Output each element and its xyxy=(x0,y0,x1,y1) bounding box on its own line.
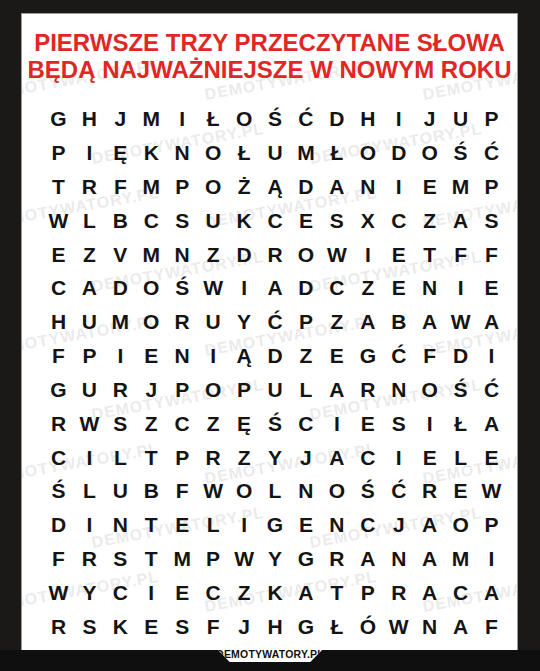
grid-cell[interactable]: O xyxy=(229,474,260,508)
grid-cell[interactable]: N xyxy=(167,339,198,373)
grid-cell[interactable]: M xyxy=(445,170,476,204)
grid-cell[interactable]: I xyxy=(414,406,445,440)
grid-cell[interactable]: D xyxy=(290,271,321,305)
grid-cell[interactable]: J xyxy=(383,508,414,542)
grid-cell[interactable]: B xyxy=(105,203,136,237)
grid-cell[interactable]: S xyxy=(105,542,136,576)
grid-cell[interactable]: F xyxy=(105,170,136,204)
grid-cell[interactable]: E xyxy=(476,271,507,305)
grid-cell[interactable]: Ś xyxy=(445,136,476,170)
grid-cell[interactable]: E xyxy=(136,609,167,643)
grid-cell[interactable]: Ł xyxy=(321,136,352,170)
grid-cell[interactable]: T xyxy=(321,575,352,609)
grid-cell[interactable]: R xyxy=(105,373,136,407)
grid-cell[interactable]: E xyxy=(43,237,74,271)
grid-cell[interactable]: O xyxy=(198,373,229,407)
grid-cell[interactable]: G xyxy=(290,542,321,576)
grid-cell[interactable]: X xyxy=(352,203,383,237)
grid-cell[interactable]: L xyxy=(445,440,476,474)
grid-cell[interactable]: N xyxy=(383,542,414,576)
grid-cell[interactable]: R xyxy=(74,170,105,204)
grid-cell[interactable]: T xyxy=(414,237,445,271)
grid-cell[interactable]: E xyxy=(136,339,167,373)
grid-cell[interactable]: H xyxy=(74,102,105,136)
grid-cell[interactable]: V xyxy=(105,237,136,271)
grid-cell[interactable]: E xyxy=(290,203,321,237)
puzzle-card: DEMOTYWATORY.PLDEMOTYWATORY.PLDEMOTYWATO… xyxy=(21,13,518,652)
grid-cell[interactable]: W xyxy=(43,203,74,237)
grid-cell[interactable]: R xyxy=(43,406,74,440)
grid-cell[interactable]: Ś xyxy=(260,102,291,136)
grid-cell[interactable]: M xyxy=(105,305,136,339)
grid-cell[interactable]: K xyxy=(229,203,260,237)
grid-cell[interactable]: O xyxy=(229,102,260,136)
grid-cell[interactable]: F xyxy=(414,339,445,373)
grid-cell[interactable]: M xyxy=(445,542,476,576)
grid-cell[interactable]: Ć xyxy=(383,474,414,508)
grid-cell[interactable]: O xyxy=(290,237,321,271)
grid-cell[interactable]: S xyxy=(383,406,414,440)
grid-cell[interactable]: J xyxy=(414,102,445,136)
grid-cell[interactable]: H xyxy=(43,305,74,339)
grid-cell[interactable]: I xyxy=(105,339,136,373)
grid-cell[interactable]: D xyxy=(290,170,321,204)
grid-cell[interactable]: M xyxy=(136,237,167,271)
grid-cell[interactable]: P xyxy=(352,575,383,609)
grid-cell[interactable]: R xyxy=(260,237,291,271)
puzzle-title: PIERWSZE TRZY PRZECZYTANE SŁOWA BĘDĄ NAJ… xyxy=(22,29,517,83)
grid-cell[interactable]: I xyxy=(229,508,260,542)
grid-cell[interactable]: A xyxy=(321,373,352,407)
grid-cell[interactable]: J xyxy=(229,609,260,643)
grid-cell[interactable]: R xyxy=(383,575,414,609)
grid-cell[interactable]: C xyxy=(383,203,414,237)
grid-cell[interactable]: M xyxy=(136,102,167,136)
grid-cell[interactable]: Ś xyxy=(43,474,74,508)
grid-cell[interactable]: Ę xyxy=(105,136,136,170)
grid-cell[interactable]: U xyxy=(74,373,105,407)
grid-cell[interactable]: I xyxy=(321,406,352,440)
grid-cell[interactable]: U xyxy=(260,136,291,170)
grid-cell[interactable]: A xyxy=(476,406,507,440)
grid-cell[interactable]: K xyxy=(105,609,136,643)
grid-cell[interactable]: J xyxy=(136,373,167,407)
grid-cell[interactable]: Ą xyxy=(260,170,291,204)
grid-cell[interactable]: Ć xyxy=(476,136,507,170)
grid-cell[interactable]: N xyxy=(414,609,445,643)
grid-cell[interactable]: F xyxy=(43,542,74,576)
grid-cell[interactable]: S xyxy=(74,609,105,643)
grid-cell[interactable]: D xyxy=(229,237,260,271)
grid-cell[interactable]: Ł xyxy=(198,102,229,136)
grid-cell[interactable]: S xyxy=(105,406,136,440)
grid-cell[interactable]: U xyxy=(105,474,136,508)
grid-cell[interactable]: L xyxy=(74,203,105,237)
grid-cell[interactable]: E xyxy=(414,170,445,204)
grid-cell[interactable]: D xyxy=(321,102,352,136)
grid-cell[interactable]: Ę xyxy=(229,406,260,440)
grid-cell[interactable]: P xyxy=(167,440,198,474)
grid-cell[interactable]: C xyxy=(352,440,383,474)
grid-cell[interactable]: A xyxy=(414,575,445,609)
grid-cell[interactable]: A xyxy=(414,305,445,339)
grid-cell[interactable]: Ż xyxy=(229,170,260,204)
grid-cell[interactable]: G xyxy=(352,339,383,373)
grid-cell[interactable]: A xyxy=(260,271,291,305)
grid-cell[interactable]: A xyxy=(352,305,383,339)
grid-cell[interactable]: B xyxy=(383,305,414,339)
grid-cell[interactable]: C xyxy=(445,575,476,609)
grid-cell[interactable]: Ć xyxy=(383,339,414,373)
grid-cell[interactable]: Z xyxy=(321,305,352,339)
grid-cell[interactable]: S xyxy=(167,203,198,237)
site-tab: DEMOTYWATORY.PL xyxy=(214,646,326,662)
grid-cell[interactable]: E xyxy=(476,440,507,474)
grid-cell[interactable]: W xyxy=(445,305,476,339)
grid-cell[interactable]: G xyxy=(260,508,291,542)
grid-cell[interactable]: D xyxy=(445,339,476,373)
grid-cell[interactable]: T xyxy=(43,170,74,204)
grid-cell[interactable]: R xyxy=(74,542,105,576)
grid-cell[interactable]: P xyxy=(43,136,74,170)
grid-cell[interactable]: C xyxy=(136,203,167,237)
grid-cell[interactable]: N xyxy=(352,170,383,204)
grid-cell[interactable]: P xyxy=(74,339,105,373)
grid-cell[interactable]: L xyxy=(74,474,105,508)
grid-cell[interactable]: P xyxy=(167,373,198,407)
grid-cell[interactable]: D xyxy=(260,339,291,373)
grid-cell[interactable]: Ą xyxy=(229,339,260,373)
grid-cell[interactable]: A xyxy=(414,542,445,576)
grid-cell[interactable]: Ć xyxy=(476,373,507,407)
grid-cell[interactable]: Ś xyxy=(167,271,198,305)
grid-cell[interactable]: F xyxy=(198,609,229,643)
grid-cell[interactable]: O xyxy=(198,170,229,204)
grid-cell[interactable]: Ś xyxy=(260,406,291,440)
grid-cell[interactable]: P xyxy=(476,508,507,542)
grid-cell[interactable]: N xyxy=(383,373,414,407)
grid-cell[interactable]: Y xyxy=(260,542,291,576)
grid-cell[interactable]: A xyxy=(352,542,383,576)
grid-cell[interactable]: J xyxy=(105,102,136,136)
grid-cell[interactable]: D xyxy=(105,271,136,305)
grid-cell[interactable]: Ó xyxy=(352,609,383,643)
grid-cell[interactable]: Z xyxy=(229,440,260,474)
grid-cell[interactable]: F xyxy=(476,609,507,643)
grid-cell[interactable]: Z xyxy=(198,406,229,440)
grid-cell[interactable]: E xyxy=(383,271,414,305)
grid-cell[interactable]: W xyxy=(229,542,260,576)
grid-cell[interactable]: Ł xyxy=(229,136,260,170)
grid-cell[interactable]: Ł xyxy=(321,609,352,643)
grid-cell[interactable]: Y xyxy=(74,575,105,609)
grid-cell[interactable]: L xyxy=(290,373,321,407)
grid-cell[interactable]: U xyxy=(74,305,105,339)
grid-cell[interactable]: E xyxy=(414,440,445,474)
grid-cell[interactable]: N xyxy=(167,237,198,271)
grid-cell[interactable]: R xyxy=(352,373,383,407)
grid-cell[interactable]: A xyxy=(74,271,105,305)
grid-cell[interactable]: R xyxy=(198,440,229,474)
grid-cell[interactable]: N xyxy=(167,136,198,170)
grid-cell[interactable]: I xyxy=(167,102,198,136)
grid-cell[interactable]: O xyxy=(445,508,476,542)
grid-cell[interactable]: I xyxy=(383,440,414,474)
word-search-grid: GHJMIŁOŚĆDHIJUPPIĘKNOŁUMŁODOŚĆTRFMPOŻĄDA… xyxy=(43,102,507,643)
grid-cell[interactable]: C xyxy=(43,271,74,305)
grid-cell[interactable]: A xyxy=(290,575,321,609)
grid-cell[interactable]: C xyxy=(105,575,136,609)
grid-cell[interactable]: G xyxy=(43,373,74,407)
grid-cell[interactable]: O xyxy=(414,136,445,170)
grid-cell[interactable]: P xyxy=(229,373,260,407)
grid-cell[interactable]: W xyxy=(321,237,352,271)
grid-cell[interactable]: U xyxy=(445,102,476,136)
grid-cell[interactable]: N xyxy=(321,508,352,542)
grid-cell[interactable]: Z xyxy=(414,203,445,237)
grid-cell[interactable]: C xyxy=(198,575,229,609)
grid-cell[interactable]: W xyxy=(43,575,74,609)
grid-cell[interactable]: F xyxy=(445,237,476,271)
grid-cell[interactable]: Z xyxy=(229,575,260,609)
grid-cell[interactable]: A xyxy=(445,203,476,237)
grid-cell[interactable]: P xyxy=(476,170,507,204)
grid-cell[interactable]: P xyxy=(167,170,198,204)
grid-cell[interactable]: J xyxy=(290,440,321,474)
grid-cell[interactable]: E xyxy=(321,339,352,373)
grid-cell[interactable]: Z xyxy=(198,237,229,271)
grid-cell[interactable]: S xyxy=(167,609,198,643)
grid-cell[interactable]: Z xyxy=(352,271,383,305)
grid-cell[interactable]: F xyxy=(43,339,74,373)
grid-cell[interactable]: C xyxy=(352,508,383,542)
grid-cell[interactable]: S xyxy=(321,203,352,237)
grid-cell[interactable]: P xyxy=(476,102,507,136)
grid-cell[interactable]: O xyxy=(198,136,229,170)
grid-cell[interactable]: U xyxy=(260,373,291,407)
grid-cell[interactable]: W xyxy=(476,474,507,508)
grid-cell[interactable]: S xyxy=(476,203,507,237)
grid-cell[interactable]: Ć xyxy=(290,102,321,136)
grid-cell[interactable]: Ł xyxy=(445,406,476,440)
grid-cell[interactable]: O xyxy=(414,373,445,407)
grid-cell[interactable]: L xyxy=(198,508,229,542)
grid-cell[interactable]: O xyxy=(321,474,352,508)
grid-cell[interactable]: P xyxy=(290,305,321,339)
grid-cell[interactable]: R xyxy=(414,474,445,508)
grid-cell[interactable]: Z xyxy=(136,406,167,440)
grid-cell[interactable]: I xyxy=(74,440,105,474)
grid-cell[interactable]: P xyxy=(198,542,229,576)
grid-cell[interactable]: M xyxy=(290,136,321,170)
grid-cell[interactable]: I xyxy=(74,508,105,542)
grid-cell[interactable]: T xyxy=(136,508,167,542)
grid-cell[interactable]: I xyxy=(229,271,260,305)
grid-cell[interactable]: Ś xyxy=(445,373,476,407)
grid-cell[interactable]: C xyxy=(290,406,321,440)
grid-cell[interactable]: R xyxy=(321,542,352,576)
grid-cell[interactable]: Z xyxy=(290,339,321,373)
grid-cell[interactable]: I xyxy=(383,170,414,204)
grid-cell[interactable]: G xyxy=(43,102,74,136)
grid-cell[interactable]: E xyxy=(352,406,383,440)
grid-cell[interactable]: M xyxy=(136,170,167,204)
grid-cell[interactable]: I xyxy=(74,136,105,170)
grid-cell[interactable]: I xyxy=(445,271,476,305)
grid-cell[interactable]: Ć xyxy=(260,305,291,339)
grid-cell[interactable]: I xyxy=(136,575,167,609)
grid-cell[interactable]: L xyxy=(105,440,136,474)
grid-cell[interactable]: I xyxy=(198,339,229,373)
grid-cell[interactable]: H xyxy=(260,609,291,643)
grid-cell[interactable]: C xyxy=(260,203,291,237)
grid-cell[interactable]: E xyxy=(445,474,476,508)
grid-cell[interactable]: R xyxy=(43,609,74,643)
site-name: DEMOTYWATORY.PL xyxy=(216,648,324,660)
grid-cell[interactable]: E xyxy=(167,508,198,542)
grid-cell[interactable]: O xyxy=(136,271,167,305)
grid-cell[interactable]: E xyxy=(383,237,414,271)
grid-cell[interactable]: N xyxy=(105,508,136,542)
grid-cell[interactable]: D xyxy=(43,508,74,542)
grid-cell[interactable]: W xyxy=(383,609,414,643)
grid-cell[interactable]: I xyxy=(476,542,507,576)
grid-cell[interactable]: A xyxy=(445,609,476,643)
grid-cell[interactable]: I xyxy=(383,102,414,136)
grid-cell[interactable]: I xyxy=(352,237,383,271)
grid-cell[interactable]: O xyxy=(352,136,383,170)
grid-cell[interactable]: F xyxy=(476,237,507,271)
grid-cell[interactable]: Ś xyxy=(352,474,383,508)
grid-cell[interactable]: N xyxy=(414,271,445,305)
grid-cell[interactable]: W xyxy=(74,406,105,440)
grid-cell[interactable]: A xyxy=(414,508,445,542)
grid-cell[interactable]: C xyxy=(43,440,74,474)
grid-cell[interactable]: O xyxy=(136,305,167,339)
grid-cell[interactable]: T xyxy=(136,440,167,474)
grid-cell[interactable]: M xyxy=(167,542,198,576)
grid-cell[interactable]: A xyxy=(476,305,507,339)
grid-cell[interactable]: F xyxy=(167,474,198,508)
grid-cell[interactable]: I xyxy=(476,339,507,373)
grid-cell[interactable]: D xyxy=(383,136,414,170)
grid-cell[interactable]: B xyxy=(136,474,167,508)
grid-cell[interactable]: C xyxy=(321,271,352,305)
title-line-2: BĘDĄ NAJWAŻNIEJSZE W NOWYM ROKU xyxy=(22,56,517,83)
grid-cell[interactable]: U xyxy=(198,203,229,237)
grid-cell[interactable]: K xyxy=(136,136,167,170)
grid-cell[interactable]: K xyxy=(260,575,291,609)
grid-cell[interactable]: L xyxy=(260,474,291,508)
grid-cell[interactable]: Y xyxy=(260,440,291,474)
grid-cell[interactable]: E xyxy=(167,575,198,609)
grid-cell[interactable]: A xyxy=(321,440,352,474)
grid-cell[interactable]: T xyxy=(136,542,167,576)
grid-cell[interactable]: G xyxy=(290,609,321,643)
grid-cell[interactable]: N xyxy=(290,474,321,508)
grid-cell[interactable]: W xyxy=(198,474,229,508)
grid-cell[interactable]: Y xyxy=(229,305,260,339)
grid-cell[interactable]: H xyxy=(352,102,383,136)
grid-cell[interactable]: Z xyxy=(74,237,105,271)
grid-cell[interactable]: R xyxy=(167,305,198,339)
grid-cell[interactable]: E xyxy=(290,508,321,542)
grid-cell[interactable]: W xyxy=(198,271,229,305)
grid-cell[interactable]: C xyxy=(167,406,198,440)
grid-cell[interactable]: A xyxy=(476,575,507,609)
title-line-1: PIERWSZE TRZY PRZECZYTANE SŁOWA xyxy=(22,29,517,56)
footer-bar: DEMOTYWATORY.PL xyxy=(0,650,540,671)
grid-cell[interactable]: U xyxy=(198,305,229,339)
meme-frame: DEMOTYWATORY.PLDEMOTYWATORY.PLDEMOTYWATO… xyxy=(0,0,540,671)
grid-cell[interactable]: A xyxy=(321,170,352,204)
